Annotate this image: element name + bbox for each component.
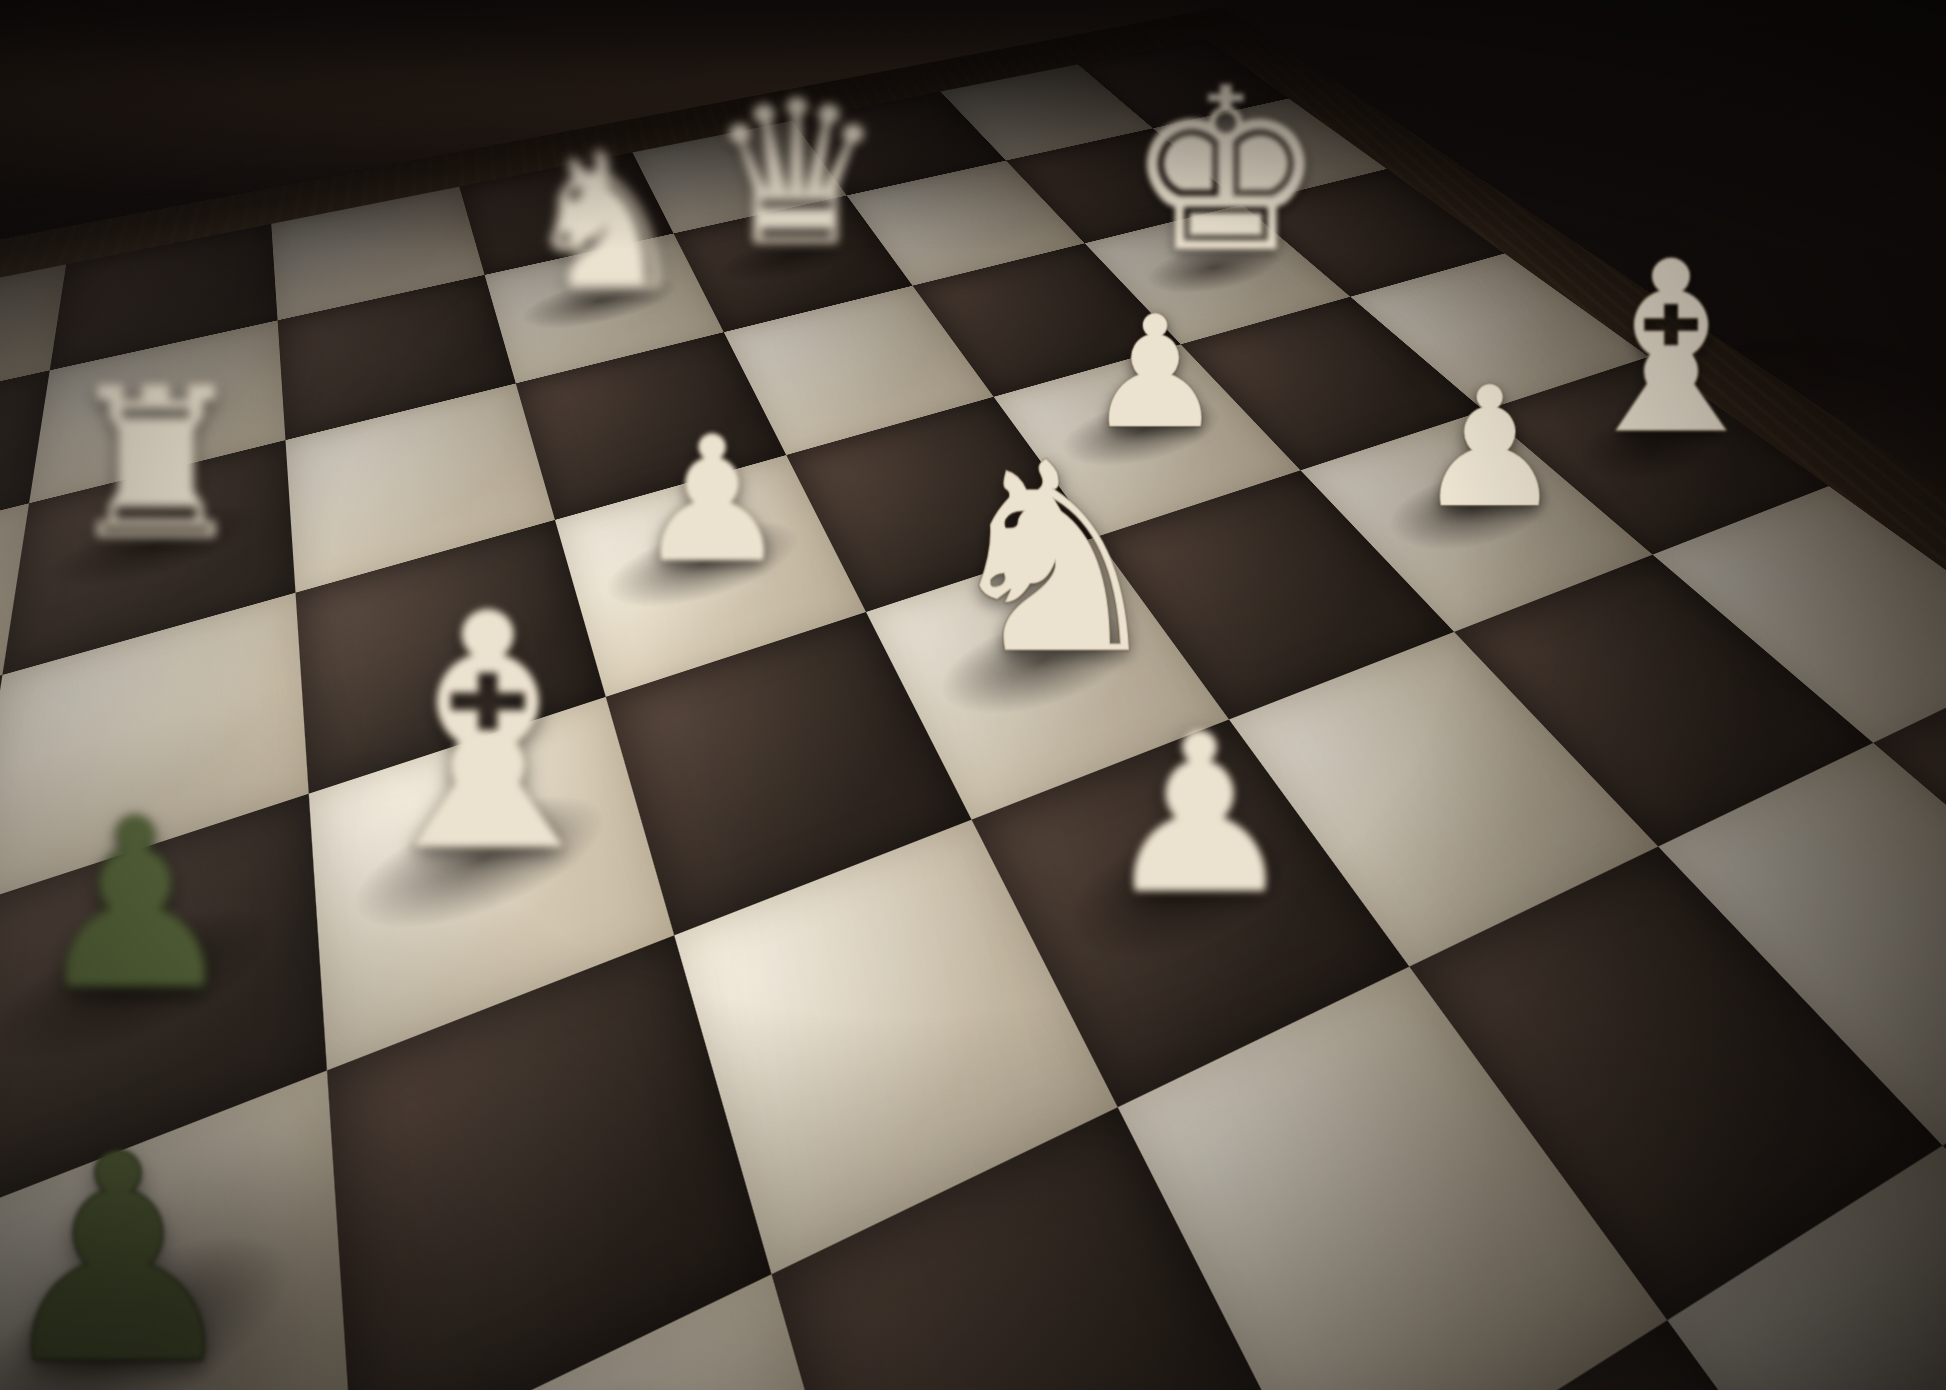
white-pawn-g4: ♟ (1330, 369, 1648, 527)
chess-photo-scene: ♞♛♜♚♟♟♟♜♟♝♞♟♝♟♟♟♟ (0, 0, 1946, 1390)
white-pawn-e3: ♟ (989, 709, 1411, 919)
white-rook-b6: ♜ (0, 364, 320, 564)
camera-viewport: ♞♛♜♚♟♟♟♜♟♝♞♟♝♟♟♟♟ (0, 0, 1946, 1390)
chess-board: ♞♛♜♚♟♟♟♜♟♝♞♟♝♟♟♟♟ (0, 7, 1946, 1390)
green-pawn-c2: ♟ (316, 1378, 942, 1390)
white-knight-e4-focal: ♞ (874, 435, 1234, 684)
white-king-g6: ♚ (1100, 64, 1353, 279)
green-pawn-b3: ♟ (0, 1123, 392, 1390)
green-pawn-b4: ♟ (0, 794, 359, 1017)
white-knight-d7: ♞ (474, 132, 736, 313)
